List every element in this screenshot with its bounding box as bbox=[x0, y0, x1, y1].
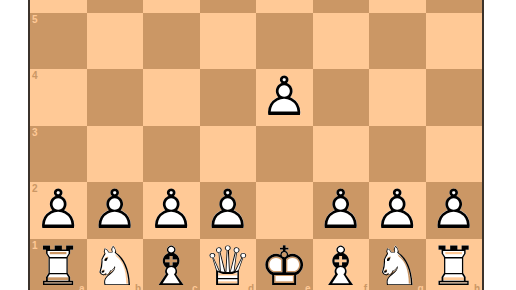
piece-outline: ♙ bbox=[317, 183, 365, 237]
square-h2[interactable]: ♟♙ bbox=[426, 182, 483, 239]
square-h3[interactable] bbox=[426, 126, 483, 183]
square-h5[interactable] bbox=[426, 13, 483, 70]
square-g2[interactable]: ♟♙ bbox=[369, 182, 426, 239]
piece-outline: ♙ bbox=[373, 183, 421, 237]
piece-outline: ♙ bbox=[260, 70, 308, 124]
square-b6[interactable] bbox=[87, 0, 144, 13]
square-a6[interactable]: 6 bbox=[30, 0, 87, 13]
square-c1[interactable]: c♝♗ bbox=[143, 239, 200, 290]
white-pawn[interactable]: ♟♙ bbox=[256, 69, 313, 126]
piece-outline: ♖ bbox=[430, 240, 478, 290]
white-pawn[interactable]: ♟♙ bbox=[313, 182, 370, 239]
piece-outline: ♔ bbox=[260, 240, 308, 290]
square-b5[interactable] bbox=[87, 13, 144, 70]
square-f3[interactable] bbox=[313, 126, 370, 183]
square-g5[interactable] bbox=[369, 13, 426, 70]
square-a4[interactable]: 4 bbox=[30, 69, 87, 126]
white-pawn[interactable]: ♟♙ bbox=[143, 182, 200, 239]
square-c2[interactable]: ♟♙ bbox=[143, 182, 200, 239]
square-a3[interactable]: 3 bbox=[30, 126, 87, 183]
square-d1[interactable]: d♛♕ bbox=[200, 239, 257, 290]
square-g3[interactable] bbox=[369, 126, 426, 183]
square-e1[interactable]: e♚♔ bbox=[256, 239, 313, 290]
white-pawn[interactable]: ♟♙ bbox=[87, 182, 144, 239]
square-c6[interactable] bbox=[143, 0, 200, 13]
white-rook[interactable]: ♜♖ bbox=[426, 239, 483, 290]
square-b2[interactable]: ♟♙ bbox=[87, 182, 144, 239]
square-b3[interactable] bbox=[87, 126, 144, 183]
white-knight[interactable]: ♞♘ bbox=[87, 239, 144, 290]
square-c5[interactable] bbox=[143, 13, 200, 70]
square-a2[interactable]: 2♟♙ bbox=[30, 182, 87, 239]
square-g4[interactable] bbox=[369, 69, 426, 126]
square-d4[interactable] bbox=[200, 69, 257, 126]
square-f5[interactable] bbox=[313, 13, 370, 70]
chess-app-canvas: 8♜♞♝♛♚♝♞♜7♟♟♟♟♟♟♟♟654♟♙32♟♙♟♙♟♙♟♙♟♙♟♙♟♙1… bbox=[0, 0, 516, 290]
square-g1[interactable]: g♞♘ bbox=[369, 239, 426, 290]
square-e3[interactable] bbox=[256, 126, 313, 183]
piece-outline: ♕ bbox=[204, 240, 252, 290]
square-e4[interactable]: ♟♙ bbox=[256, 69, 313, 126]
piece-outline: ♖ bbox=[34, 240, 82, 290]
square-c3[interactable] bbox=[143, 126, 200, 183]
piece-outline: ♗ bbox=[317, 240, 365, 290]
piece-outline: ♘ bbox=[91, 240, 139, 290]
square-f1[interactable]: f♝♗ bbox=[313, 239, 370, 290]
white-pawn[interactable]: ♟♙ bbox=[426, 182, 483, 239]
square-h4[interactable] bbox=[426, 69, 483, 126]
piece-outline: ♙ bbox=[430, 183, 478, 237]
piece-outline: ♙ bbox=[34, 183, 82, 237]
square-g6[interactable] bbox=[369, 0, 426, 13]
square-b1[interactable]: b♞♘ bbox=[87, 239, 144, 290]
piece-outline: ♙ bbox=[147, 183, 195, 237]
square-h6[interactable] bbox=[426, 0, 483, 13]
square-d3[interactable] bbox=[200, 126, 257, 183]
rank-label-3: 3 bbox=[32, 128, 38, 138]
chess-board: 8♜♞♝♛♚♝♞♜7♟♟♟♟♟♟♟♟654♟♙32♟♙♟♙♟♙♟♙♟♙♟♙♟♙1… bbox=[30, 0, 482, 290]
white-pawn[interactable]: ♟♙ bbox=[369, 182, 426, 239]
square-f6[interactable] bbox=[313, 0, 370, 13]
square-h1[interactable]: h♜♖ bbox=[426, 239, 483, 290]
square-d2[interactable]: ♟♙ bbox=[200, 182, 257, 239]
square-d6[interactable] bbox=[200, 0, 257, 13]
square-e6[interactable] bbox=[256, 0, 313, 13]
white-pawn[interactable]: ♟♙ bbox=[200, 182, 257, 239]
white-king[interactable]: ♚♔ bbox=[256, 239, 313, 290]
piece-outline: ♘ bbox=[373, 240, 421, 290]
white-knight[interactable]: ♞♘ bbox=[369, 239, 426, 290]
white-bishop[interactable]: ♝♗ bbox=[143, 239, 200, 290]
square-c4[interactable] bbox=[143, 69, 200, 126]
square-d5[interactable] bbox=[200, 13, 257, 70]
square-e5[interactable] bbox=[256, 13, 313, 70]
white-queen[interactable]: ♛♕ bbox=[200, 239, 257, 290]
square-f2[interactable]: ♟♙ bbox=[313, 182, 370, 239]
piece-outline: ♙ bbox=[91, 183, 139, 237]
rank-label-4: 4 bbox=[32, 71, 38, 81]
piece-outline: ♗ bbox=[147, 240, 195, 290]
white-bishop[interactable]: ♝♗ bbox=[313, 239, 370, 290]
square-a5[interactable]: 5 bbox=[30, 13, 87, 70]
square-f4[interactable] bbox=[313, 69, 370, 126]
white-rook[interactable]: ♜♖ bbox=[30, 239, 87, 290]
rank-label-5: 5 bbox=[32, 15, 38, 25]
chess-board-viewport: 8♜♞♝♛♚♝♞♜7♟♟♟♟♟♟♟♟654♟♙32♟♙♟♙♟♙♟♙♟♙♟♙♟♙1… bbox=[28, 0, 484, 290]
square-e2[interactable] bbox=[256, 182, 313, 239]
white-pawn[interactable]: ♟♙ bbox=[30, 182, 87, 239]
square-b4[interactable] bbox=[87, 69, 144, 126]
square-a1[interactable]: 1a♜♖ bbox=[30, 239, 87, 290]
piece-outline: ♙ bbox=[204, 183, 252, 237]
